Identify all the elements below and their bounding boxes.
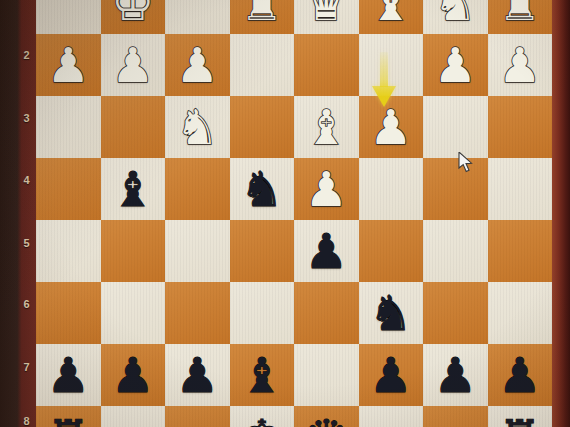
square-c5[interactable] [359,220,424,282]
square-e7[interactable]: ♝ [230,344,295,406]
black-knight-icon: ♞ [240,158,283,220]
square-a1[interactable]: ♜ [488,0,553,34]
black-pawn-icon: ♟ [47,344,90,406]
black-king-icon: ♚ [240,406,283,427]
square-d8[interactable]: ♛ [294,406,359,427]
white-pawn-icon: ♟ [176,34,219,96]
chessboard: ♚♜♛♝♞♜♟♟♟♟♟♞♝♟♝♞♟♟♞♟♟♟♝♟♟♟♜♚♛♜ [36,0,552,427]
square-c1[interactable]: ♝ [359,0,424,34]
square-c8[interactable] [359,406,424,427]
square-d5[interactable]: ♟ [294,220,359,282]
white-queen-icon: ♛ [305,0,348,34]
square-b1[interactable]: ♞ [423,0,488,34]
square-h8[interactable]: ♜ [36,406,101,427]
rank-label-3: 3 [19,111,34,125]
black-bishop-icon: ♝ [111,158,154,220]
square-g7[interactable]: ♟ [101,344,166,406]
square-g2[interactable]: ♟ [101,34,166,96]
right-margin [552,0,570,427]
white-rook-icon: ♜ [240,0,283,34]
white-bishop-icon: ♝ [305,96,348,158]
black-pawn-icon: ♟ [369,344,412,406]
white-knight-icon: ♞ [434,0,477,34]
square-b5[interactable] [423,220,488,282]
black-pawn-icon: ♟ [498,344,541,406]
rank-label-4: 4 [19,173,34,187]
white-pawn-icon: ♟ [498,34,541,96]
square-a8[interactable]: ♜ [488,406,553,427]
square-d6[interactable] [294,282,359,344]
square-c2[interactable] [359,34,424,96]
square-e3[interactable] [230,96,295,158]
square-g1[interactable]: ♚ [101,0,166,34]
square-e1[interactable]: ♜ [230,0,295,34]
white-pawn-icon: ♟ [305,158,348,220]
square-e8[interactable]: ♚ [230,406,295,427]
square-b8[interactable] [423,406,488,427]
square-g3[interactable] [101,96,166,158]
white-pawn-icon: ♟ [47,34,90,96]
white-pawn-icon: ♟ [369,96,412,158]
square-f4[interactable] [165,158,230,220]
square-h1[interactable] [36,0,101,34]
square-g6[interactable] [101,282,166,344]
square-b6[interactable] [423,282,488,344]
square-a6[interactable] [488,282,553,344]
square-g4[interactable]: ♝ [101,158,166,220]
square-d2[interactable] [294,34,359,96]
black-pawn-icon: ♟ [176,344,219,406]
rank-label-2: 2 [19,48,34,62]
square-c3[interactable]: ♟ [359,96,424,158]
square-d7[interactable] [294,344,359,406]
square-g8[interactable] [101,406,166,427]
rank-label-7: 7 [19,360,34,374]
square-f8[interactable] [165,406,230,427]
white-pawn-icon: ♟ [111,34,154,96]
black-pawn-icon: ♟ [111,344,154,406]
black-bishop-icon: ♝ [240,344,283,406]
square-d4[interactable]: ♟ [294,158,359,220]
square-a4[interactable] [488,158,553,220]
square-b7[interactable]: ♟ [423,344,488,406]
square-e4[interactable]: ♞ [230,158,295,220]
square-h3[interactable] [36,96,101,158]
square-f6[interactable] [165,282,230,344]
square-a7[interactable]: ♟ [488,344,553,406]
square-d3[interactable]: ♝ [294,96,359,158]
black-rook-icon: ♜ [498,406,541,427]
square-a5[interactable] [488,220,553,282]
square-d1[interactable]: ♛ [294,0,359,34]
square-f7[interactable]: ♟ [165,344,230,406]
square-h2[interactable]: ♟ [36,34,101,96]
white-knight-icon: ♞ [176,96,219,158]
square-c4[interactable] [359,158,424,220]
rank-label-5: 5 [19,236,34,250]
square-e2[interactable] [230,34,295,96]
square-e5[interactable] [230,220,295,282]
square-a2[interactable]: ♟ [488,34,553,96]
square-f3[interactable]: ♞ [165,96,230,158]
rank-label-6: 6 [19,297,34,311]
square-h7[interactable]: ♟ [36,344,101,406]
square-h6[interactable] [36,282,101,344]
black-pawn-icon: ♟ [305,220,348,282]
white-pawn-icon: ♟ [434,34,477,96]
rank-label-8: 8 [19,414,34,427]
black-pawn-icon: ♟ [434,344,477,406]
square-h5[interactable] [36,220,101,282]
square-b2[interactable]: ♟ [423,34,488,96]
square-f1[interactable] [165,0,230,34]
black-queen-icon: ♛ [305,406,348,427]
left-margin: 2345678 [0,0,36,427]
black-knight-icon: ♞ [369,282,412,344]
screenshot-stage: ♚♜♛♝♞♜♟♟♟♟♟♞♝♟♝♞♟♟♞♟♟♟♝♟♟♟♜♚♛♜ 2345678 [0,0,570,427]
square-f2[interactable]: ♟ [165,34,230,96]
white-bishop-icon: ♝ [369,0,412,34]
square-b3[interactable] [423,96,488,158]
black-rook-icon: ♜ [47,406,90,427]
white-king-icon: ♚ [111,0,154,34]
square-g5[interactable] [101,220,166,282]
square-c6[interactable]: ♞ [359,282,424,344]
square-e6[interactable] [230,282,295,344]
square-c7[interactable]: ♟ [359,344,424,406]
square-h4[interactable] [36,158,101,220]
white-rook-icon: ♜ [498,0,541,34]
square-b4[interactable] [423,158,488,220]
square-f5[interactable] [165,220,230,282]
square-a3[interactable] [488,96,553,158]
